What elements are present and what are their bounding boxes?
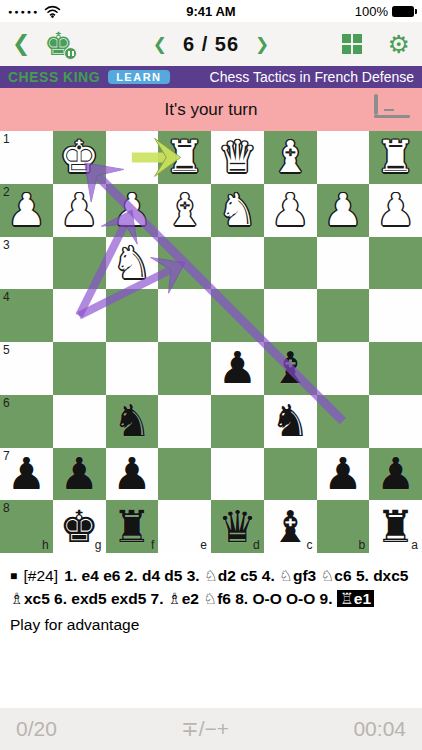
black-rook[interactable]: ♜ [376,505,415,549]
course-title: Chess Tactics in French Defense [210,69,414,85]
file-label-c: c [307,539,313,551]
black-pawn[interactable]: ♟ [7,452,46,496]
square-e6[interactable] [158,395,211,448]
square-b8[interactable]: b [317,500,370,553]
square-g7[interactable]: ♟ [53,448,106,501]
file-label-g: g [95,539,102,551]
white-king[interactable]: ♚ [59,135,98,179]
puzzle-number: [#24] [24,567,58,584]
task-hint: Play for advantage [10,613,412,636]
square-a7[interactable]: ♟ [369,448,422,501]
pause-badge-icon [64,47,77,60]
chess-board[interactable]: 1♚♜♛♝♜♟2♟♟♝♞♟♟♟3♞45♟♝6♞♞♟7♟♟♟♟8h♚g♜fe♛d♝… [0,131,422,553]
back-button[interactable]: ❮ [12,33,30,55]
white-queen[interactable]: ♛ [218,135,257,179]
black-king[interactable]: ♚ [59,505,98,549]
square-f1[interactable] [106,131,159,184]
black-pawn[interactable]: ♟ [376,452,415,496]
square-f8[interactable]: ♜f [106,500,159,553]
white-rook[interactable]: ♜ [165,135,204,179]
rank-label-2: 2 [3,186,10,198]
square-b5[interactable] [317,342,370,395]
square-d2[interactable]: ♞ [211,184,264,237]
black-knight[interactable]: ♞ [112,399,151,443]
square-b2[interactable]: ♟ [317,184,370,237]
rank-label-6: 6 [3,397,10,409]
square-a6[interactable] [369,395,422,448]
square-e8[interactable]: e [158,500,211,553]
square-a1[interactable]: ♜ [369,131,422,184]
battery-icon [392,6,414,17]
square-a4[interactable] [369,289,422,342]
square-e3[interactable] [158,237,211,290]
square-f7[interactable]: ♟ [106,448,159,501]
chess-king-logo[interactable]: ♚ [38,24,78,64]
white-pawn[interactable]: ♟ [270,188,309,232]
settings-gear-button[interactable]: ⚙ [388,32,410,57]
turn-banner: It's your turn [0,88,422,131]
computer-play-icon[interactable] [374,96,410,118]
square-d3[interactable] [211,237,264,290]
battery-percent: 100% [355,4,388,19]
square-c7[interactable] [264,448,317,501]
rank-label-5: 5 [3,344,10,356]
square-f2[interactable]: ♟ [106,184,159,237]
square-d5[interactable]: ♟ [211,342,264,395]
square-f3[interactable]: ♞ [106,237,159,290]
black-bishop[interactable]: ♝ [270,505,309,549]
square-g8[interactable]: ♚g [53,500,106,553]
square-f5[interactable] [106,342,159,395]
next-puzzle-button[interactable]: ❯ [255,36,269,53]
rank-label-3: 3 [3,239,10,251]
square-h5[interactable]: 5 [0,342,53,395]
black-pawn[interactable]: ♟ [218,346,257,390]
white-pawn[interactable]: ♟ [323,188,362,232]
course-header: CHESS KING LEARN Chess Tactics in French… [0,66,422,88]
square-c6[interactable]: ♞ [264,395,317,448]
learn-badge: LEARN [108,70,169,84]
square-a5[interactable] [369,342,422,395]
rank-label-4: 4 [3,291,10,303]
square-e7[interactable] [158,448,211,501]
square-b6[interactable] [317,395,370,448]
square-c5[interactable]: ♝ [264,342,317,395]
file-label-h: h [42,539,49,551]
nav-bar: ❮ ♚ ❮ 6 / 56 ❯ ⚙ [0,22,422,66]
square-d7[interactable] [211,448,264,501]
rank-label-8: 8 [3,502,10,514]
square-d6[interactable] [211,395,264,448]
square-c4[interactable] [264,289,317,342]
rank-label-7: 7 [3,450,10,462]
board-grid[interactable]: 1♚♜♛♝♜♟2♟♟♝♞♟♟♟3♞45♟♝6♞♞♟7♟♟♟♟8h♚g♜fe♛d♝… [0,131,422,553]
black-queen[interactable]: ♛ [218,505,257,549]
square-c8[interactable]: ♝c [264,500,317,553]
evaluation-label: ∓/−+ [181,717,229,741]
square-b4[interactable] [317,289,370,342]
square-a8[interactable]: ♜a [369,500,422,553]
square-c1[interactable]: ♝ [264,131,317,184]
current-move-highlight: ♖e1 [337,590,374,607]
black-pawn[interactable]: ♟ [323,452,362,496]
elapsed-timer: 00:04 [353,717,406,741]
square-d4[interactable] [211,289,264,342]
square-h1[interactable]: 1 [0,131,53,184]
black-bishop[interactable]: ♝ [270,346,309,390]
white-pawn[interactable]: ♟ [112,188,151,232]
white-knight[interactable]: ♞ [218,188,257,232]
square-e5[interactable] [158,342,211,395]
file-label-b: b [359,539,366,551]
white-pawn[interactable]: ♟ [59,188,98,232]
square-e4[interactable] [158,289,211,342]
previous-puzzle-button[interactable]: ❮ [153,36,167,53]
square-d1[interactable]: ♛ [211,131,264,184]
file-label-a: a [411,539,418,551]
square-h3[interactable]: 3 [0,237,53,290]
square-g6[interactable] [53,395,106,448]
file-label-f: f [151,539,154,551]
square-g2[interactable]: ♟ [53,184,106,237]
square-b3[interactable] [317,237,370,290]
white-bishop[interactable]: ♝ [165,188,204,232]
square-h6[interactable]: 6 [0,395,53,448]
square-h4[interactable]: 4 [0,289,53,342]
square-c3[interactable] [264,237,317,290]
white-pawn[interactable]: ♟ [376,188,415,232]
file-label-d: d [253,539,260,551]
square-f6[interactable]: ♞ [106,395,159,448]
puzzle-list-button[interactable] [342,34,362,54]
white-bishop[interactable]: ♝ [270,135,309,179]
square-g5[interactable] [53,342,106,395]
square-g1[interactable]: ♚ [53,131,106,184]
status-bar: ●●●●● 9:41 AM 100% [0,0,422,22]
square-b7[interactable]: ♟ [317,448,370,501]
rank-label-1: 1 [3,133,10,145]
move-list: ■ [#24] 1. e4 e6 2. d4 d5 3. ♘d2 c5 4. ♘… [10,564,412,611]
square-g3[interactable] [53,237,106,290]
black-rook[interactable]: ♜ [112,505,151,549]
square-e1[interactable]: ♜ [158,131,211,184]
white-rook[interactable]: ♜ [376,135,415,179]
square-b1[interactable] [317,131,370,184]
white-knight[interactable]: ♞ [112,241,151,285]
file-label-e: e [200,539,207,551]
square-g4[interactable] [53,289,106,342]
black-pawn[interactable]: ♟ [112,452,151,496]
square-c2[interactable]: ♟ [264,184,317,237]
bottom-bar: 0/20 ∓/−+ 00:04 [0,708,422,750]
black-knight[interactable]: ♞ [270,399,309,443]
turn-message: It's your turn [0,100,422,120]
brand-label: CHESS KING [8,69,100,85]
list-marker: ■ [10,569,17,583]
square-h8[interactable]: 8h [0,500,53,553]
black-pawn[interactable]: ♟ [59,452,98,496]
square-h7[interactable]: ♟7 [0,448,53,501]
square-h2[interactable]: ♟2 [0,184,53,237]
white-pawn[interactable]: ♟ [7,188,46,232]
move-panel: ■ [#24] 1. e4 e6 2. d4 d5 3. ♘d2 c5 4. ♘… [0,553,422,708]
square-a2[interactable]: ♟ [369,184,422,237]
score-progress: 0/20 [16,717,57,741]
square-d8[interactable]: ♛d [211,500,264,553]
square-e2[interactable]: ♝ [158,184,211,237]
square-a3[interactable] [369,237,422,290]
square-f4[interactable] [106,289,159,342]
puzzle-counter: 6 / 56 [183,33,239,56]
